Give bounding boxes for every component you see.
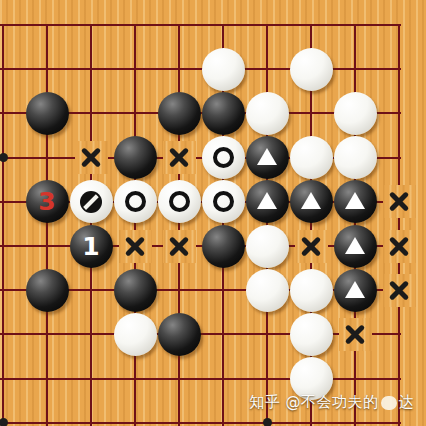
watermark-suffix: 达	[399, 393, 415, 412]
grid-line-vertical	[134, 24, 136, 426]
black-stone: 3	[26, 180, 69, 223]
white-stone	[246, 92, 289, 135]
white-stone	[334, 92, 377, 135]
white-stone	[290, 136, 333, 179]
grid-line-vertical	[46, 24, 48, 426]
white-stone	[290, 48, 333, 91]
watermark-blur-blob	[381, 396, 397, 410]
triangle-marker	[345, 281, 365, 298]
white-stone	[290, 269, 333, 312]
triangle-marker	[345, 237, 365, 254]
x-mark	[295, 230, 328, 263]
triangle-marker	[301, 192, 321, 209]
watermark-prefix: 知乎 @不会功夫的	[249, 393, 378, 412]
grid-line-horizontal	[0, 378, 401, 380]
black-stone	[202, 225, 245, 268]
star-point	[0, 418, 8, 426]
black-stone	[290, 180, 333, 223]
black-stone	[26, 269, 69, 312]
black-stone	[334, 269, 377, 312]
white-stone	[70, 180, 113, 223]
x-mark	[339, 318, 372, 351]
black-stone: 1	[70, 225, 113, 268]
white-stone	[246, 269, 289, 312]
x-mark	[383, 230, 416, 263]
circle-marker	[169, 191, 190, 212]
grid-line-vertical	[2, 24, 4, 426]
grid-line-horizontal	[0, 422, 401, 424]
grid-line-horizontal	[0, 24, 401, 26]
x-mark	[119, 230, 152, 263]
triangle-marker	[345, 192, 365, 209]
white-stone	[246, 225, 289, 268]
black-stone	[246, 180, 289, 223]
x-mark	[163, 141, 196, 174]
white-stone	[202, 48, 245, 91]
grid-line-horizontal	[0, 68, 401, 70]
white-stone	[202, 136, 245, 179]
black-stone	[202, 92, 245, 135]
move-number-label: 1	[82, 234, 99, 259]
x-mark	[163, 230, 196, 263]
black-stone	[158, 92, 201, 135]
move-number-label: 3	[38, 189, 55, 214]
circle-marker	[213, 191, 234, 212]
star-point	[263, 418, 272, 426]
circle-marker	[125, 191, 146, 212]
white-stone	[114, 313, 157, 356]
black-stone	[334, 225, 377, 268]
white-stone	[158, 180, 201, 223]
black-stone	[114, 269, 157, 312]
x-mark	[383, 274, 416, 307]
white-stone	[334, 136, 377, 179]
black-stone	[246, 136, 289, 179]
black-stone	[114, 136, 157, 179]
watermark: 知乎 @不会功夫的达	[249, 393, 414, 412]
triangle-marker	[257, 192, 277, 209]
x-mark	[75, 141, 108, 174]
star-point	[0, 153, 8, 162]
black-stone	[158, 313, 201, 356]
black-stone	[334, 180, 377, 223]
circle-marker	[213, 147, 234, 168]
white-stone	[114, 180, 157, 223]
slash-stroke	[83, 194, 98, 209]
triangle-marker	[257, 148, 277, 165]
grid-line-vertical	[398, 24, 400, 426]
black-stone	[26, 92, 69, 135]
grid-line-vertical	[178, 24, 180, 426]
white-stone	[202, 180, 245, 223]
go-board: 知乎 @不会功夫的达 31	[0, 0, 426, 426]
white-stone	[290, 313, 333, 356]
slashed-circle-marker	[80, 191, 102, 213]
x-mark	[383, 185, 416, 218]
